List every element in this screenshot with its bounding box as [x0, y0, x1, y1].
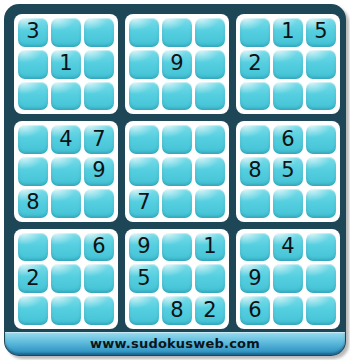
sudoku-cell-r2c4[interactable] — [129, 50, 159, 79]
sudoku-cell-r9c9[interactable] — [306, 296, 336, 325]
sudoku-cell-r4c9[interactable] — [306, 125, 336, 154]
sudoku-cell-r9c3[interactable] — [84, 296, 114, 325]
sudoku-cell-r3c7[interactable] — [240, 82, 270, 111]
sudoku-box: 152 — [236, 14, 340, 114]
sudoku-cell-r7c7[interactable] — [240, 233, 270, 262]
sudoku-cell-r7c3[interactable]: 6 — [84, 233, 114, 262]
sudoku-cell-r2c7[interactable]: 2 — [240, 50, 270, 79]
sudoku-cell-r9c5[interactable]: 8 — [162, 296, 192, 325]
sudoku-cell-r3c1[interactable] — [18, 82, 48, 111]
sudoku-cell-r1c3[interactable] — [84, 18, 114, 47]
sudoku-box: 62 — [14, 229, 118, 329]
sudoku-cell-r6c6[interactable] — [195, 189, 225, 218]
sudoku-cell-r2c1[interactable] — [18, 50, 48, 79]
sudoku-cell-r8c2[interactable] — [51, 264, 81, 293]
sudoku-cell-r5c9[interactable] — [306, 157, 336, 186]
sudoku-cell-r1c6[interactable] — [195, 18, 225, 47]
sudoku-cell-r6c7[interactable] — [240, 189, 270, 218]
sudoku-cell-r1c7[interactable] — [240, 18, 270, 47]
sudoku-box: 7 — [125, 121, 229, 221]
sudoku-cell-r4c7[interactable] — [240, 125, 270, 154]
sudoku-cell-r5c7[interactable]: 8 — [240, 157, 270, 186]
sudoku-cell-r1c1[interactable]: 3 — [18, 18, 48, 47]
sudoku-cell-r3c6[interactable] — [195, 82, 225, 111]
sudoku-cell-r6c8[interactable] — [273, 189, 303, 218]
sudoku-box: 685 — [236, 121, 340, 221]
sudoku-cell-r4c6[interactable] — [195, 125, 225, 154]
sudoku-cell-r3c9[interactable] — [306, 82, 336, 111]
sudoku-cell-r8c1[interactable]: 2 — [18, 264, 48, 293]
sudoku-cell-r3c4[interactable] — [129, 82, 159, 111]
sudoku-cell-r1c5[interactable] — [162, 18, 192, 47]
sudoku-box: 91582 — [125, 229, 229, 329]
sudoku-cell-r4c4[interactable] — [129, 125, 159, 154]
sudoku-cell-r4c8[interactable]: 6 — [273, 125, 303, 154]
site-url: www.sudokusweb.com — [90, 336, 260, 351]
sudoku-cell-r9c7[interactable]: 6 — [240, 296, 270, 325]
sudoku-cell-r7c6[interactable]: 1 — [195, 233, 225, 262]
sudoku-cell-r2c9[interactable] — [306, 50, 336, 79]
footer-url-bar: www.sudokusweb.com — [5, 332, 345, 355]
sudoku-cell-r6c1[interactable]: 8 — [18, 189, 48, 218]
sudoku-cell-r5c8[interactable]: 5 — [273, 157, 303, 186]
page: 319152479876856291582496 www.sudokusweb.… — [0, 0, 350, 360]
sudoku-cell-r2c6[interactable] — [195, 50, 225, 79]
sudoku-cell-r5c6[interactable] — [195, 157, 225, 186]
sudoku-cell-r5c2[interactable] — [51, 157, 81, 186]
sudoku-box: 31 — [14, 14, 118, 114]
sudoku-cell-r9c6[interactable]: 2 — [195, 296, 225, 325]
sudoku-cell-r1c8[interactable]: 1 — [273, 18, 303, 47]
sudoku-cell-r9c1[interactable] — [18, 296, 48, 325]
sudoku-cell-r6c2[interactable] — [51, 189, 81, 218]
sudoku-cell-r7c1[interactable] — [18, 233, 48, 262]
sudoku-box: 9 — [125, 14, 229, 114]
sudoku-cell-r7c9[interactable] — [306, 233, 336, 262]
sudoku-box: 496 — [236, 229, 340, 329]
sudoku-cell-r1c4[interactable] — [129, 18, 159, 47]
sudoku-cell-r7c4[interactable]: 9 — [129, 233, 159, 262]
sudoku-cell-r4c3[interactable]: 7 — [84, 125, 114, 154]
sudoku-cell-r7c8[interactable]: 4 — [273, 233, 303, 262]
sudoku-cell-r9c4[interactable] — [129, 296, 159, 325]
sudoku-cell-r8c7[interactable]: 9 — [240, 264, 270, 293]
sudoku-cell-r2c3[interactable] — [84, 50, 114, 79]
sudoku-cell-r6c5[interactable] — [162, 189, 192, 218]
sudoku-cell-r6c9[interactable] — [306, 189, 336, 218]
sudoku-cell-r9c2[interactable] — [51, 296, 81, 325]
sudoku-cell-r3c2[interactable] — [51, 82, 81, 111]
sudoku-cell-r4c5[interactable] — [162, 125, 192, 154]
sudoku-cell-r7c5[interactable] — [162, 233, 192, 262]
sudoku-box: 4798 — [14, 121, 118, 221]
sudoku-cell-r5c5[interactable] — [162, 157, 192, 186]
sudoku-cell-r7c2[interactable] — [51, 233, 81, 262]
board-frame: 319152479876856291582496 www.sudokusweb.… — [4, 4, 346, 356]
sudoku-cell-r2c5[interactable]: 9 — [162, 50, 192, 79]
sudoku-board: 319152479876856291582496 — [14, 14, 340, 329]
sudoku-cell-r2c2[interactable]: 1 — [51, 50, 81, 79]
sudoku-cell-r3c3[interactable] — [84, 82, 114, 111]
sudoku-cell-r2c8[interactable] — [273, 50, 303, 79]
sudoku-cell-r1c9[interactable]: 5 — [306, 18, 336, 47]
sudoku-cell-r3c5[interactable] — [162, 82, 192, 111]
sudoku-cell-r5c1[interactable] — [18, 157, 48, 186]
sudoku-cell-r4c1[interactable] — [18, 125, 48, 154]
sudoku-cell-r1c2[interactable] — [51, 18, 81, 47]
sudoku-cell-r8c5[interactable] — [162, 264, 192, 293]
sudoku-cell-r5c4[interactable] — [129, 157, 159, 186]
sudoku-cell-r6c3[interactable] — [84, 189, 114, 218]
sudoku-cell-r4c2[interactable]: 4 — [51, 125, 81, 154]
sudoku-cell-r6c4[interactable]: 7 — [129, 189, 159, 218]
sudoku-cell-r8c4[interactable]: 5 — [129, 264, 159, 293]
sudoku-cell-r9c8[interactable] — [273, 296, 303, 325]
sudoku-cell-r3c8[interactable] — [273, 82, 303, 111]
sudoku-cell-r8c3[interactable] — [84, 264, 114, 293]
sudoku-cell-r8c9[interactable] — [306, 264, 336, 293]
sudoku-cell-r8c6[interactable] — [195, 264, 225, 293]
sudoku-cell-r5c3[interactable]: 9 — [84, 157, 114, 186]
sudoku-cell-r8c8[interactable] — [273, 264, 303, 293]
